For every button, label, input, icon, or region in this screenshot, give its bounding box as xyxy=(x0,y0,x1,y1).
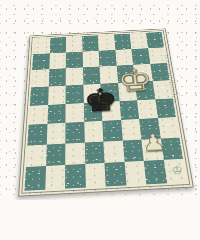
square-a1[interactable] xyxy=(24,166,45,190)
corner-emblem-icon: ♔ xyxy=(167,160,188,180)
square-f1[interactable] xyxy=(124,161,146,185)
square-d7[interactable] xyxy=(82,51,99,68)
square-e2[interactable] xyxy=(103,140,124,163)
square-e8[interactable] xyxy=(98,35,115,51)
square-c7[interactable] xyxy=(66,51,83,68)
square-f3[interactable] xyxy=(121,119,142,140)
square-h7[interactable] xyxy=(148,47,167,64)
black-king[interactable]: ♚ xyxy=(83,85,103,117)
square-b3[interactable] xyxy=(46,123,65,144)
square-h4[interactable] xyxy=(155,98,176,118)
square-e1[interactable] xyxy=(104,162,126,186)
square-d1[interactable] xyxy=(85,163,106,187)
square-a3[interactable] xyxy=(27,124,47,146)
square-c3[interactable] xyxy=(65,122,84,143)
square-e7[interactable] xyxy=(99,50,117,67)
chess-board: ♚♚♟ ♔ xyxy=(18,28,194,196)
square-h8[interactable] xyxy=(146,32,164,48)
square-c2[interactable] xyxy=(65,142,85,165)
white-pawn[interactable]: ♟ xyxy=(141,132,164,155)
square-h6[interactable] xyxy=(150,63,170,81)
square-d3[interactable] xyxy=(84,121,103,142)
square-c6[interactable] xyxy=(66,68,83,86)
square-h5[interactable] xyxy=(152,80,172,99)
square-b8[interactable] xyxy=(49,37,65,53)
square-a7[interactable] xyxy=(32,53,49,70)
square-c8[interactable] xyxy=(66,36,82,52)
square-f4[interactable] xyxy=(119,100,139,120)
square-b5[interactable] xyxy=(48,86,66,105)
square-e3[interactable] xyxy=(102,120,122,141)
square-a6[interactable] xyxy=(31,69,49,87)
square-b7[interactable] xyxy=(49,52,66,69)
square-a2[interactable] xyxy=(26,144,46,167)
square-f2[interactable] xyxy=(122,139,143,162)
square-f8[interactable] xyxy=(114,34,132,50)
square-a5[interactable] xyxy=(30,86,48,105)
white-king[interactable]: ♚ xyxy=(116,65,137,96)
square-b6[interactable] xyxy=(48,68,65,86)
square-c5[interactable] xyxy=(66,85,84,104)
square-d8[interactable] xyxy=(82,35,99,51)
square-c4[interactable] xyxy=(65,103,83,123)
square-c1[interactable] xyxy=(65,164,85,188)
square-b4[interactable] xyxy=(47,104,66,124)
square-a8[interactable] xyxy=(33,38,50,54)
square-b1[interactable] xyxy=(45,165,65,189)
square-a4[interactable] xyxy=(29,105,48,125)
square-d2[interactable] xyxy=(84,141,104,164)
square-b2[interactable] xyxy=(46,143,66,166)
